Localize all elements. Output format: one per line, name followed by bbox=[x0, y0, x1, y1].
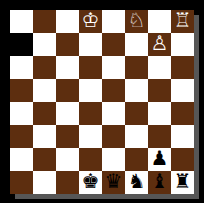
square-d7[interactable] bbox=[79, 33, 102, 56]
white-bishop-piece[interactable]: ♗ bbox=[151, 10, 169, 32]
square-g1[interactable]: ♝ bbox=[148, 171, 171, 194]
square-b2[interactable] bbox=[33, 148, 56, 171]
square-b3[interactable] bbox=[33, 125, 56, 148]
square-b7[interactable] bbox=[33, 33, 56, 56]
square-g8[interactable]: ♗ bbox=[148, 10, 171, 33]
square-a2[interactable] bbox=[10, 148, 33, 171]
square-h7[interactable] bbox=[171, 33, 194, 56]
white-pawn-piece[interactable]: ♙ bbox=[151, 33, 169, 55]
square-e6[interactable] bbox=[102, 56, 125, 79]
square-h8[interactable]: ♖ bbox=[171, 10, 194, 33]
square-b8[interactable] bbox=[33, 10, 56, 33]
square-d1[interactable]: ♚ bbox=[79, 171, 102, 194]
square-e7[interactable] bbox=[102, 33, 125, 56]
square-a8[interactable] bbox=[10, 10, 33, 33]
square-d8[interactable]: ♔ bbox=[79, 10, 102, 33]
square-a3[interactable] bbox=[10, 125, 33, 148]
square-f4[interactable] bbox=[125, 102, 148, 125]
white-queen-piece[interactable]: ♕ bbox=[105, 10, 123, 32]
square-e2[interactable] bbox=[102, 148, 125, 171]
square-f3[interactable] bbox=[125, 125, 148, 148]
square-f5[interactable] bbox=[125, 79, 148, 102]
square-c5[interactable] bbox=[56, 79, 79, 102]
square-h2[interactable] bbox=[171, 148, 194, 171]
square-g2[interactable]: ♟ bbox=[148, 148, 171, 171]
black-pawn-piece[interactable]: ♟ bbox=[151, 148, 169, 170]
white-rook-piece[interactable]: ♖ bbox=[174, 10, 192, 32]
square-d4[interactable] bbox=[79, 102, 102, 125]
square-g3[interactable] bbox=[148, 125, 171, 148]
chess-board: ♔♕♘♗♖♙♟♚♛♞♝♜ bbox=[10, 10, 194, 194]
square-e4[interactable] bbox=[102, 102, 125, 125]
square-g7[interactable]: ♙ bbox=[148, 33, 171, 56]
square-b5[interactable] bbox=[33, 79, 56, 102]
square-c2[interactable] bbox=[56, 148, 79, 171]
square-e8[interactable]: ♕ bbox=[102, 10, 125, 33]
square-c4[interactable] bbox=[56, 102, 79, 125]
square-b4[interactable] bbox=[33, 102, 56, 125]
square-h4[interactable] bbox=[171, 102, 194, 125]
square-f8[interactable]: ♘ bbox=[125, 10, 148, 33]
square-h1[interactable]: ♜ bbox=[171, 171, 194, 194]
square-f2[interactable] bbox=[125, 148, 148, 171]
white-knight-piece[interactable]: ♘ bbox=[128, 10, 146, 32]
square-g5[interactable] bbox=[148, 79, 171, 102]
square-a7[interactable] bbox=[10, 33, 33, 56]
square-h5[interactable] bbox=[171, 79, 194, 102]
square-d2[interactable] bbox=[79, 148, 102, 171]
black-bishop-piece[interactable]: ♝ bbox=[151, 171, 169, 193]
square-f6[interactable] bbox=[125, 56, 148, 79]
square-b6[interactable] bbox=[33, 56, 56, 79]
chess-board-background: ♔♕♘♗♖♙♟♚♛♞♝♜ bbox=[0, 0, 204, 203]
square-c6[interactable] bbox=[56, 56, 79, 79]
square-a1[interactable] bbox=[10, 171, 33, 194]
square-d3[interactable] bbox=[79, 125, 102, 148]
square-e1[interactable]: ♛ bbox=[102, 171, 125, 194]
square-a6[interactable] bbox=[10, 56, 33, 79]
square-e5[interactable] bbox=[102, 79, 125, 102]
square-d5[interactable] bbox=[79, 79, 102, 102]
square-b1[interactable] bbox=[33, 171, 56, 194]
square-a4[interactable] bbox=[10, 102, 33, 125]
square-h3[interactable] bbox=[171, 125, 194, 148]
black-knight-piece[interactable]: ♞ bbox=[128, 171, 146, 193]
square-c3[interactable] bbox=[56, 125, 79, 148]
square-a5[interactable] bbox=[10, 79, 33, 102]
square-c8[interactable] bbox=[56, 10, 79, 33]
square-f7[interactable] bbox=[125, 33, 148, 56]
square-e3[interactable] bbox=[102, 125, 125, 148]
white-king-piece[interactable]: ♔ bbox=[82, 10, 100, 32]
square-g4[interactable] bbox=[148, 102, 171, 125]
black-queen-piece[interactable]: ♛ bbox=[105, 171, 123, 193]
square-c1[interactable] bbox=[56, 171, 79, 194]
black-king-piece[interactable]: ♚ bbox=[82, 171, 100, 193]
square-h6[interactable] bbox=[171, 56, 194, 79]
square-f1[interactable]: ♞ bbox=[125, 171, 148, 194]
square-d6[interactable] bbox=[79, 56, 102, 79]
square-c7[interactable] bbox=[56, 33, 79, 56]
black-rook-piece[interactable]: ♜ bbox=[174, 171, 192, 193]
square-g6[interactable] bbox=[148, 56, 171, 79]
